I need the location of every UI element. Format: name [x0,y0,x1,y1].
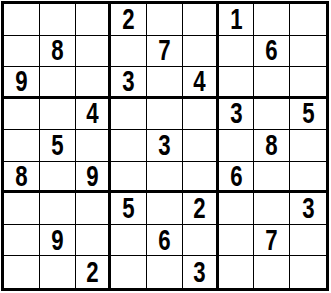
sudoku-cell-r9c7[interactable] [219,256,255,288]
cell-digit: 8 [266,130,278,161]
cell-digit: 9 [51,225,63,256]
sudoku-cell-r1c4[interactable]: 2 [111,4,147,36]
cell-digit: 6 [158,225,170,256]
cell-digit: 7 [158,36,170,67]
sudoku-cell-r1c9[interactable] [290,4,326,36]
sudoku-cell-r4c6[interactable] [183,99,219,131]
cell-digit: 4 [193,67,205,97]
sudoku-cell-r5c4[interactable] [111,130,147,162]
sudoku-cell-r8c4[interactable] [111,225,147,257]
sudoku-cell-r5c7[interactable] [219,130,255,162]
cell-digit: 8 [51,36,63,67]
sudoku-cell-r9c6[interactable]: 3 [183,256,219,288]
cell-digit: 2 [193,193,205,224]
sudoku-cell-r2c3[interactable] [76,36,112,68]
sudoku-cell-r7c3[interactable] [76,193,112,225]
sudoku-cell-r3c8[interactable] [254,67,290,99]
sudoku-cell-r1c6[interactable] [183,4,219,36]
sudoku-cell-r2c2[interactable]: 8 [40,36,76,68]
sudoku-cell-r3c9[interactable] [290,67,326,99]
sudoku-cell-r3c7[interactable] [219,67,255,99]
sudoku-cell-r3c6[interactable]: 4 [183,67,219,99]
cell-digit: 5 [302,99,314,130]
sudoku-cell-r4c3[interactable]: 4 [76,99,112,131]
cell-digit: 5 [51,130,63,161]
sudoku-cell-r8c1[interactable] [4,225,40,257]
sudoku-cell-r5c9[interactable] [290,130,326,162]
sudoku-cell-r3c1[interactable]: 9 [4,67,40,99]
sudoku-cell-r6c3[interactable]: 9 [76,162,112,194]
cell-digit: 6 [266,36,278,67]
sudoku-cell-r2c4[interactable] [111,36,147,68]
sudoku-cell-r5c3[interactable] [76,130,112,162]
cell-digit: 3 [123,67,135,97]
sudoku-cell-r2c5[interactable]: 7 [147,36,183,68]
sudoku-cell-r8c3[interactable] [76,225,112,257]
sudoku-cell-r2c6[interactable] [183,36,219,68]
sudoku-cell-r1c1[interactable] [4,4,40,36]
sudoku-cell-r3c5[interactable] [147,67,183,99]
sudoku-cell-r5c6[interactable] [183,130,219,162]
sudoku-cell-r8c7[interactable] [219,225,255,257]
sudoku-cell-r8c5[interactable]: 6 [147,225,183,257]
sudoku-cell-r7c8[interactable] [254,193,290,225]
sudoku-cell-r7c9[interactable]: 3 [290,193,326,225]
sudoku-cell-r6c4[interactable] [111,162,147,194]
cell-digit: 2 [86,257,98,288]
sudoku-cell-r1c8[interactable] [254,4,290,36]
sudoku-board: 2187693443553889652396723 [1,1,329,291]
sudoku-cell-r6c7[interactable]: 6 [219,162,255,194]
cell-digit: 9 [15,67,27,97]
sudoku-cell-r2c7[interactable] [219,36,255,68]
sudoku-cell-r8c2[interactable]: 9 [40,225,76,257]
sudoku-cell-r6c6[interactable] [183,162,219,194]
sudoku-cell-r3c4[interactable]: 3 [111,67,147,99]
sudoku-cell-r1c7[interactable]: 1 [219,4,255,36]
sudoku-cell-r4c7[interactable]: 3 [219,99,255,131]
sudoku-cell-r7c7[interactable] [219,193,255,225]
sudoku-cell-r2c1[interactable] [4,36,40,68]
sudoku-cell-r3c2[interactable] [40,67,76,99]
sudoku-cell-r7c2[interactable] [40,193,76,225]
sudoku-cell-r5c2[interactable]: 5 [40,130,76,162]
sudoku-cell-r2c9[interactable] [290,36,326,68]
sudoku-cell-r4c4[interactable] [111,99,147,131]
sudoku-cell-r1c2[interactable] [40,4,76,36]
sudoku-cell-r5c8[interactable]: 8 [254,130,290,162]
cell-digit: 3 [158,130,170,161]
sudoku-cell-r7c4[interactable]: 5 [111,193,147,225]
sudoku-cell-r4c8[interactable] [254,99,290,131]
cell-digit: 3 [193,257,205,288]
sudoku-cell-r4c2[interactable] [40,99,76,131]
cell-digit: 8 [15,162,27,192]
sudoku-cell-r4c1[interactable] [4,99,40,131]
cell-digit: 9 [86,162,98,192]
sudoku-cell-r9c3[interactable]: 2 [76,256,112,288]
sudoku-cell-r9c1[interactable] [4,256,40,288]
sudoku-cell-r1c3[interactable] [76,4,112,36]
sudoku-cell-r9c8[interactable] [254,256,290,288]
cell-digit: 6 [230,162,242,192]
cell-digit: 2 [123,4,135,35]
sudoku-cell-r8c6[interactable] [183,225,219,257]
sudoku-cell-r7c1[interactable] [4,193,40,225]
sudoku-cell-r9c9[interactable] [290,256,326,288]
cell-digit: 1 [230,4,242,35]
cell-digit: 3 [302,193,314,224]
sudoku-cell-r6c9[interactable] [290,162,326,194]
cell-digit: 5 [123,193,135,224]
sudoku-cell-r6c1[interactable]: 8 [4,162,40,194]
sudoku-cell-r5c5[interactable]: 3 [147,130,183,162]
cell-digit: 3 [230,99,242,130]
sudoku-cell-r3c3[interactable] [76,67,112,99]
sudoku-cell-r4c5[interactable] [147,99,183,131]
sudoku-cell-r8c8[interactable]: 7 [254,225,290,257]
sudoku-board-container: 2187693443553889652396723 [1,1,329,291]
sudoku-cell-r6c2[interactable] [40,162,76,194]
sudoku-cell-r4c9[interactable]: 5 [290,99,326,131]
sudoku-cell-r9c5[interactable] [147,256,183,288]
sudoku-cell-r2c8[interactable]: 6 [254,36,290,68]
sudoku-cell-r7c6[interactable]: 2 [183,193,219,225]
sudoku-cell-r5c1[interactable] [4,130,40,162]
sudoku-cell-r9c4[interactable] [111,256,147,288]
sudoku-cell-r9c2[interactable] [40,256,76,288]
sudoku-cell-r8c9[interactable] [290,225,326,257]
sudoku-cell-r6c5[interactable] [147,162,183,194]
sudoku-cell-r6c8[interactable] [254,162,290,194]
cell-digit: 7 [266,225,278,256]
sudoku-cell-r7c5[interactable] [147,193,183,225]
cell-digit: 4 [86,99,98,130]
sudoku-cell-r1c5[interactable] [147,4,183,36]
